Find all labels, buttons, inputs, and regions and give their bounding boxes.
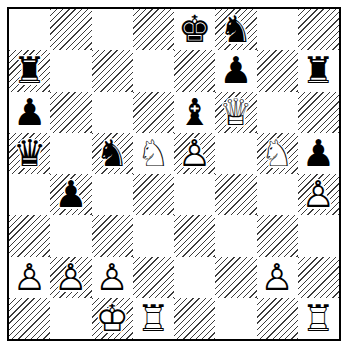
square-h8[interactable]: [298, 9, 339, 50]
square-d6[interactable]: [133, 92, 174, 133]
square-b5[interactable]: [50, 133, 91, 174]
white-rook-icon: ♜♖: [133, 298, 174, 339]
square-b2[interactable]: ♟♙: [50, 257, 91, 298]
white-rook-icon: ♜♖: [298, 298, 339, 339]
square-a3[interactable]: [9, 215, 50, 256]
square-a8[interactable]: [9, 9, 50, 50]
square-b8[interactable]: [50, 9, 91, 50]
black-pawn-icon: ♟♟: [215, 50, 256, 91]
square-c7[interactable]: [92, 50, 133, 91]
chess-board: ♚♚♞♞♜♜♟♟♜♜♟♟♝♝♛♕♛♛♞♞♞♘♟♙♞♘♟♟♟♟♟♙♟♙♟♙♟♙♟♙…: [7, 7, 341, 341]
square-a1[interactable]: [9, 298, 50, 339]
square-c4[interactable]: [92, 174, 133, 215]
square-b4[interactable]: ♟♟: [50, 174, 91, 215]
square-g1[interactable]: [257, 298, 298, 339]
white-pawn-icon: ♟♙: [174, 133, 215, 174]
square-c6[interactable]: [92, 92, 133, 133]
black-rook-icon: ♜♜: [298, 50, 339, 91]
square-g8[interactable]: [257, 9, 298, 50]
white-pawn-icon: ♟♙: [92, 257, 133, 298]
square-a7[interactable]: ♜♜: [9, 50, 50, 91]
square-d2[interactable]: [133, 257, 174, 298]
square-b7[interactable]: [50, 50, 91, 91]
square-e5[interactable]: ♟♙: [174, 133, 215, 174]
black-knight-icon: ♞♞: [215, 9, 256, 50]
square-f6[interactable]: ♛♕: [215, 92, 256, 133]
white-king-icon: ♚♔: [92, 298, 133, 339]
square-b6[interactable]: [50, 92, 91, 133]
black-king-icon: ♚♚: [174, 9, 215, 50]
black-rook-icon: ♜♜: [9, 50, 50, 91]
chess-diagram-page: ♚♚♞♞♜♜♟♟♜♜♟♟♝♝♛♕♛♛♞♞♞♘♟♙♞♘♟♟♟♟♟♙♟♙♟♙♟♙♟♙…: [0, 0, 350, 350]
square-a6[interactable]: ♟♟: [9, 92, 50, 133]
white-knight-icon: ♞♘: [133, 133, 174, 174]
square-f1[interactable]: [215, 298, 256, 339]
square-h3[interactable]: [298, 215, 339, 256]
square-d4[interactable]: [133, 174, 174, 215]
square-f2[interactable]: [215, 257, 256, 298]
square-d5[interactable]: ♞♘: [133, 133, 174, 174]
square-c5[interactable]: ♞♞: [92, 133, 133, 174]
square-e6[interactable]: ♝♝: [174, 92, 215, 133]
black-pawn-icon: ♟♟: [50, 174, 91, 215]
square-c8[interactable]: [92, 9, 133, 50]
square-h1[interactable]: ♜♖: [298, 298, 339, 339]
black-pawn-icon: ♟♟: [298, 133, 339, 174]
square-g3[interactable]: [257, 215, 298, 256]
square-a2[interactable]: ♟♙: [9, 257, 50, 298]
square-h2[interactable]: [298, 257, 339, 298]
white-pawn-icon: ♟♙: [298, 174, 339, 215]
square-d7[interactable]: [133, 50, 174, 91]
square-e8[interactable]: ♚♚: [174, 9, 215, 50]
square-h4[interactable]: ♟♙: [298, 174, 339, 215]
square-f4[interactable]: [215, 174, 256, 215]
square-c3[interactable]: [92, 215, 133, 256]
square-h5[interactable]: ♟♟: [298, 133, 339, 174]
square-f3[interactable]: [215, 215, 256, 256]
square-a4[interactable]: [9, 174, 50, 215]
square-h6[interactable]: [298, 92, 339, 133]
square-d8[interactable]: [133, 9, 174, 50]
black-bishop-icon: ♝♝: [174, 92, 215, 133]
square-b3[interactable]: [50, 215, 91, 256]
white-pawn-icon: ♟♙: [9, 257, 50, 298]
black-knight-icon: ♞♞: [92, 133, 133, 174]
square-f8[interactable]: ♞♞: [215, 9, 256, 50]
white-queen-icon: ♛♕: [215, 92, 256, 133]
square-h7[interactable]: ♜♜: [298, 50, 339, 91]
white-pawn-icon: ♟♙: [50, 257, 91, 298]
square-c1[interactable]: ♚♔: [92, 298, 133, 339]
square-g2[interactable]: ♟♙: [257, 257, 298, 298]
square-g4[interactable]: [257, 174, 298, 215]
square-c2[interactable]: ♟♙: [92, 257, 133, 298]
white-pawn-icon: ♟♙: [257, 257, 298, 298]
square-e4[interactable]: [174, 174, 215, 215]
square-a5[interactable]: ♛♛: [9, 133, 50, 174]
square-d1[interactable]: ♜♖: [133, 298, 174, 339]
square-f7[interactable]: ♟♟: [215, 50, 256, 91]
square-e7[interactable]: [174, 50, 215, 91]
square-g5[interactable]: ♞♘: [257, 133, 298, 174]
square-g6[interactable]: [257, 92, 298, 133]
square-f5[interactable]: [215, 133, 256, 174]
square-b1[interactable]: [50, 298, 91, 339]
square-g7[interactable]: [257, 50, 298, 91]
black-pawn-icon: ♟♟: [9, 92, 50, 133]
square-e3[interactable]: [174, 215, 215, 256]
white-knight-icon: ♞♘: [257, 133, 298, 174]
square-e1[interactable]: [174, 298, 215, 339]
black-queen-icon: ♛♛: [9, 133, 50, 174]
square-d3[interactable]: [133, 215, 174, 256]
square-e2[interactable]: [174, 257, 215, 298]
